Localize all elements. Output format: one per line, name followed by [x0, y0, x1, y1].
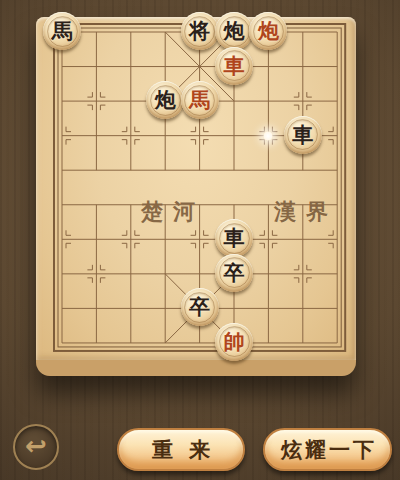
piece-glyph: 馬	[181, 81, 219, 119]
piece-glyph: 車	[215, 47, 253, 85]
piece-black-chariot[interactable]: 車	[215, 219, 253, 257]
piece-red-horse[interactable]: 馬	[181, 81, 219, 119]
piece-black-pawn[interactable]: 卒	[215, 254, 253, 292]
piece-black-pawn[interactable]: 卒	[181, 288, 219, 326]
undo-button[interactable]: ↩	[13, 424, 59, 470]
piece-glyph: 卒	[181, 288, 219, 326]
piece-red-general[interactable]: 帥	[215, 323, 253, 361]
undo-return-icon: ↩	[25, 433, 47, 459]
piece-glyph: 炮	[215, 12, 253, 50]
show-off-button[interactable]: 炫耀一下	[263, 428, 392, 471]
river-label-right: 漢界	[253, 197, 349, 227]
river-label-left: 楚河	[120, 197, 216, 227]
piece-glyph: 車	[215, 219, 253, 257]
xiangqi-game-screen: 楚河 漢界 馬将炮炮車炮馬車車卒卒帥 ↩ 重来 炫耀一下	[0, 0, 400, 480]
piece-black-general[interactable]: 将	[181, 12, 219, 50]
piece-glyph: 帥	[215, 323, 253, 361]
piece-glyph: 車	[284, 116, 322, 154]
piece-black-cannon[interactable]: 炮	[215, 12, 253, 50]
piece-glyph: 卒	[215, 254, 253, 292]
restart-button[interactable]: 重来	[117, 428, 245, 471]
piece-glyph: 馬	[43, 12, 81, 50]
piece-black-chariot[interactable]: 車	[284, 116, 322, 154]
piece-glyph: 将	[181, 12, 219, 50]
piece-glyph: 炮	[146, 81, 184, 119]
piece-black-horse[interactable]: 馬	[43, 12, 81, 50]
piece-black-cannon[interactable]: 炮	[146, 81, 184, 119]
piece-red-cannon[interactable]: 炮	[249, 12, 287, 50]
piece-red-chariot[interactable]: 車	[215, 47, 253, 85]
piece-glyph: 炮	[249, 12, 287, 50]
